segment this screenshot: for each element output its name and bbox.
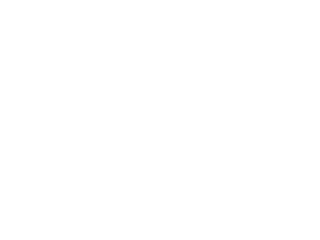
chess-case-top — [0, 0, 150, 112]
chess-case-product-photo — [0, 0, 150, 112]
chess-board — [18, 18, 150, 112]
